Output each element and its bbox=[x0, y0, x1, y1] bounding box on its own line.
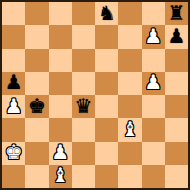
chess-board: ♞♜♟♟♟♟♟♚♛♝♚♟♝ bbox=[0, 0, 190, 190]
square-d8[interactable] bbox=[72, 2, 95, 25]
square-g2[interactable] bbox=[142, 142, 165, 165]
square-e2[interactable] bbox=[95, 142, 118, 165]
square-h5[interactable] bbox=[165, 72, 188, 95]
square-d6[interactable] bbox=[72, 49, 95, 72]
square-e6[interactable] bbox=[95, 49, 118, 72]
square-b2[interactable] bbox=[25, 142, 48, 165]
square-a6[interactable] bbox=[2, 49, 25, 72]
square-e4[interactable] bbox=[95, 95, 118, 118]
square-c4[interactable] bbox=[49, 95, 72, 118]
square-h1[interactable] bbox=[165, 165, 188, 188]
square-h4[interactable] bbox=[165, 95, 188, 118]
square-c2[interactable]: ♟ bbox=[49, 142, 72, 165]
square-b3[interactable] bbox=[25, 118, 48, 141]
square-h6[interactable] bbox=[165, 49, 188, 72]
black-pawn-h7[interactable]: ♟ bbox=[167, 26, 185, 46]
square-b1[interactable] bbox=[25, 165, 48, 188]
square-c5[interactable] bbox=[49, 72, 72, 95]
square-a7[interactable] bbox=[2, 25, 25, 48]
square-f7[interactable] bbox=[118, 25, 141, 48]
square-f4[interactable] bbox=[118, 95, 141, 118]
square-c8[interactable] bbox=[49, 2, 72, 25]
square-c1[interactable]: ♝ bbox=[49, 165, 72, 188]
black-queen-d4[interactable]: ♛ bbox=[74, 96, 92, 116]
square-a3[interactable] bbox=[2, 118, 25, 141]
square-a4[interactable]: ♟ bbox=[2, 95, 25, 118]
square-d7[interactable] bbox=[72, 25, 95, 48]
square-h3[interactable] bbox=[165, 118, 188, 141]
square-b7[interactable] bbox=[25, 25, 48, 48]
square-f8[interactable] bbox=[118, 2, 141, 25]
square-g3[interactable] bbox=[142, 118, 165, 141]
square-f3[interactable]: ♝ bbox=[118, 118, 141, 141]
square-d3[interactable] bbox=[72, 118, 95, 141]
square-d4[interactable]: ♛ bbox=[72, 95, 95, 118]
square-e7[interactable] bbox=[95, 25, 118, 48]
square-h7[interactable]: ♟ bbox=[165, 25, 188, 48]
square-d2[interactable] bbox=[72, 142, 95, 165]
square-h2[interactable] bbox=[165, 142, 188, 165]
square-d5[interactable] bbox=[72, 72, 95, 95]
square-a1[interactable] bbox=[2, 165, 25, 188]
square-e3[interactable] bbox=[95, 118, 118, 141]
black-knight-e8[interactable]: ♞ bbox=[98, 3, 116, 23]
white-bishop-f3[interactable]: ♝ bbox=[121, 119, 139, 139]
square-b5[interactable] bbox=[25, 72, 48, 95]
square-b8[interactable] bbox=[25, 2, 48, 25]
square-f2[interactable] bbox=[118, 142, 141, 165]
white-pawn-a4[interactable]: ♟ bbox=[5, 96, 23, 116]
square-h8[interactable]: ♜ bbox=[165, 2, 188, 25]
square-c6[interactable] bbox=[49, 49, 72, 72]
black-rook-h8[interactable]: ♜ bbox=[167, 3, 185, 23]
square-a8[interactable] bbox=[2, 2, 25, 25]
square-e1[interactable] bbox=[95, 165, 118, 188]
square-g8[interactable] bbox=[142, 2, 165, 25]
square-g7[interactable]: ♟ bbox=[142, 25, 165, 48]
square-b6[interactable] bbox=[25, 49, 48, 72]
square-e5[interactable] bbox=[95, 72, 118, 95]
square-f5[interactable] bbox=[118, 72, 141, 95]
square-c3[interactable] bbox=[49, 118, 72, 141]
black-king-b4[interactable]: ♚ bbox=[28, 96, 46, 116]
square-f6[interactable] bbox=[118, 49, 141, 72]
white-pawn-g7[interactable]: ♟ bbox=[144, 26, 162, 46]
white-king-a2[interactable]: ♚ bbox=[5, 142, 23, 162]
black-pawn-a5[interactable]: ♟ bbox=[5, 72, 23, 92]
square-d1[interactable] bbox=[72, 165, 95, 188]
white-pawn-c2[interactable]: ♟ bbox=[51, 142, 69, 162]
square-g5[interactable]: ♟ bbox=[142, 72, 165, 95]
white-bishop-c1[interactable]: ♝ bbox=[51, 165, 69, 185]
square-a2[interactable]: ♚ bbox=[2, 142, 25, 165]
square-a5[interactable]: ♟ bbox=[2, 72, 25, 95]
square-g4[interactable] bbox=[142, 95, 165, 118]
square-f1[interactable] bbox=[118, 165, 141, 188]
square-c7[interactable] bbox=[49, 25, 72, 48]
square-g1[interactable] bbox=[142, 165, 165, 188]
white-pawn-g5[interactable]: ♟ bbox=[144, 72, 162, 92]
square-b4[interactable]: ♚ bbox=[25, 95, 48, 118]
square-e8[interactable]: ♞ bbox=[95, 2, 118, 25]
square-g6[interactable] bbox=[142, 49, 165, 72]
